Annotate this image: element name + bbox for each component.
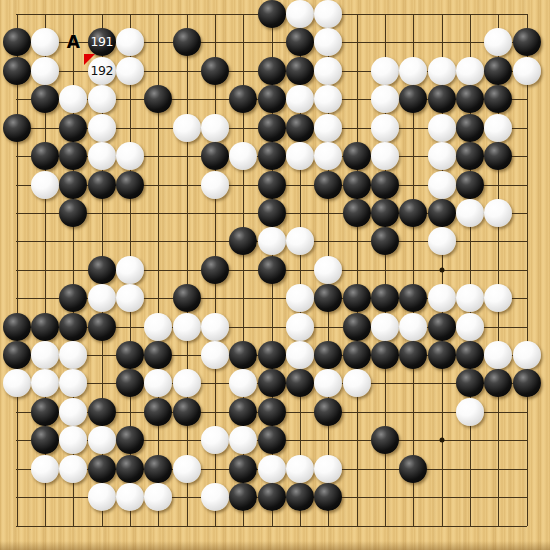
black-stone[interactable] xyxy=(31,142,59,170)
white-stone[interactable] xyxy=(399,313,427,341)
black-stone[interactable] xyxy=(456,85,484,113)
white-stone[interactable] xyxy=(513,341,541,369)
black-stone[interactable] xyxy=(314,284,342,312)
black-stone[interactable] xyxy=(399,199,427,227)
white-stone[interactable] xyxy=(371,85,399,113)
white-stone[interactable] xyxy=(314,455,342,483)
white-stone[interactable] xyxy=(286,85,314,113)
white-stone[interactable] xyxy=(116,483,144,511)
white-stone[interactable] xyxy=(59,85,87,113)
black-stone[interactable] xyxy=(428,199,456,227)
black-stone[interactable] xyxy=(371,341,399,369)
black-stone[interactable] xyxy=(314,398,342,426)
black-stone[interactable] xyxy=(116,455,144,483)
white-stone[interactable] xyxy=(258,227,286,255)
black-stone[interactable] xyxy=(428,341,456,369)
black-stone[interactable] xyxy=(31,398,59,426)
white-stone[interactable] xyxy=(456,313,484,341)
white-stone[interactable] xyxy=(456,57,484,85)
black-stone[interactable] xyxy=(428,85,456,113)
black-stone[interactable] xyxy=(59,171,87,199)
white-stone[interactable] xyxy=(59,341,87,369)
move-number-label: 191 xyxy=(91,36,113,49)
black-stone[interactable] xyxy=(258,369,286,397)
white-stone[interactable] xyxy=(286,455,314,483)
white-stone[interactable] xyxy=(31,57,59,85)
white-stone[interactable] xyxy=(88,284,116,312)
black-stone[interactable] xyxy=(144,455,172,483)
black-stone[interactable] xyxy=(31,85,59,113)
white-stone[interactable] xyxy=(314,256,342,284)
board-bottom-edge xyxy=(0,541,550,550)
white-stone[interactable] xyxy=(229,142,257,170)
white-stone[interactable] xyxy=(116,256,144,284)
black-stone[interactable] xyxy=(399,455,427,483)
black-stone[interactable] xyxy=(399,341,427,369)
star-point xyxy=(439,267,444,272)
black-stone[interactable] xyxy=(229,483,257,511)
white-stone[interactable] xyxy=(258,455,286,483)
white-stone[interactable] xyxy=(31,369,59,397)
black-stone[interactable] xyxy=(258,114,286,142)
white-stone[interactable] xyxy=(144,483,172,511)
black-stone[interactable] xyxy=(484,57,512,85)
last-move-triangle-marker xyxy=(84,54,95,65)
white-stone[interactable] xyxy=(314,114,342,142)
white-stone[interactable] xyxy=(371,142,399,170)
white-stone[interactable] xyxy=(314,369,342,397)
star-point xyxy=(439,438,444,443)
white-stone[interactable] xyxy=(201,426,229,454)
white-stone[interactable] xyxy=(116,28,144,56)
black-stone[interactable] xyxy=(31,426,59,454)
white-stone[interactable] xyxy=(31,28,59,56)
black-stone[interactable] xyxy=(59,114,87,142)
white-stone[interactable] xyxy=(59,426,87,454)
white-stone[interactable] xyxy=(144,313,172,341)
black-stone[interactable] xyxy=(229,455,257,483)
black-stone[interactable] xyxy=(314,341,342,369)
black-stone[interactable] xyxy=(116,426,144,454)
white-stone[interactable] xyxy=(229,369,257,397)
black-stone[interactable] xyxy=(59,142,87,170)
white-stone[interactable] xyxy=(201,171,229,199)
black-stone[interactable] xyxy=(399,284,427,312)
black-stone[interactable] xyxy=(88,455,116,483)
white-stone[interactable] xyxy=(456,284,484,312)
black-stone[interactable] xyxy=(229,398,257,426)
black-stone[interactable] xyxy=(59,199,87,227)
black-stone[interactable] xyxy=(484,142,512,170)
white-stone[interactable] xyxy=(314,57,342,85)
black-stone[interactable] xyxy=(116,171,144,199)
white-stone[interactable] xyxy=(286,227,314,255)
white-stone[interactable] xyxy=(484,341,512,369)
white-stone[interactable] xyxy=(371,57,399,85)
white-stone[interactable] xyxy=(428,284,456,312)
black-stone[interactable] xyxy=(173,284,201,312)
white-stone[interactable] xyxy=(173,455,201,483)
black-stone[interactable] xyxy=(371,227,399,255)
black-stone[interactable] xyxy=(343,313,371,341)
black-stone[interactable] xyxy=(286,57,314,85)
white-stone[interactable] xyxy=(343,369,371,397)
black-stone[interactable] xyxy=(258,256,286,284)
white-stone[interactable] xyxy=(88,142,116,170)
black-stone[interactable] xyxy=(258,57,286,85)
black-stone[interactable] xyxy=(3,341,31,369)
black-stone[interactable] xyxy=(229,341,257,369)
black-stone[interactable] xyxy=(371,284,399,312)
black-stone[interactable] xyxy=(258,426,286,454)
white-stone[interactable] xyxy=(88,85,116,113)
white-stone[interactable] xyxy=(314,0,342,28)
white-stone[interactable] xyxy=(116,284,144,312)
black-stone[interactable] xyxy=(343,284,371,312)
white-stone[interactable] xyxy=(59,369,87,397)
black-stone[interactable] xyxy=(286,114,314,142)
white-stone[interactable] xyxy=(88,426,116,454)
black-stone[interactable] xyxy=(88,171,116,199)
grid-line-h xyxy=(16,526,527,527)
white-stone[interactable] xyxy=(3,369,31,397)
black-stone[interactable] xyxy=(314,171,342,199)
white-stone[interactable] xyxy=(201,341,229,369)
white-stone[interactable] xyxy=(88,114,116,142)
white-stone[interactable] xyxy=(399,57,427,85)
black-stone[interactable] xyxy=(258,341,286,369)
white-stone[interactable] xyxy=(31,341,59,369)
white-stone[interactable] xyxy=(229,426,257,454)
white-stone[interactable] xyxy=(286,284,314,312)
black-stone[interactable] xyxy=(371,426,399,454)
black-stone[interactable] xyxy=(3,28,31,56)
white-stone[interactable] xyxy=(31,455,59,483)
white-stone[interactable] xyxy=(314,142,342,170)
black-stone[interactable] xyxy=(229,85,257,113)
black-stone[interactable] xyxy=(229,227,257,255)
black-stone[interactable] xyxy=(88,398,116,426)
white-stone[interactable] xyxy=(484,199,512,227)
black-stone[interactable] xyxy=(3,57,31,85)
white-stone[interactable] xyxy=(88,483,116,511)
white-stone[interactable] xyxy=(428,114,456,142)
black-stone[interactable] xyxy=(258,171,286,199)
black-stone[interactable]: 191 xyxy=(88,28,116,56)
black-stone[interactable] xyxy=(286,369,314,397)
black-stone[interactable] xyxy=(88,313,116,341)
black-stone[interactable] xyxy=(484,85,512,113)
white-stone[interactable] xyxy=(286,341,314,369)
black-stone[interactable] xyxy=(258,0,286,28)
grid-line-v xyxy=(357,14,358,527)
black-stone[interactable] xyxy=(456,369,484,397)
black-stone[interactable] xyxy=(428,313,456,341)
white-stone[interactable] xyxy=(59,398,87,426)
black-stone[interactable] xyxy=(116,369,144,397)
white-stone[interactable] xyxy=(286,142,314,170)
black-stone[interactable] xyxy=(3,114,31,142)
black-stone[interactable] xyxy=(343,142,371,170)
white-stone[interactable] xyxy=(173,369,201,397)
white-stone[interactable] xyxy=(484,114,512,142)
black-stone[interactable] xyxy=(201,57,229,85)
black-stone[interactable] xyxy=(343,199,371,227)
black-stone[interactable] xyxy=(513,369,541,397)
white-stone[interactable] xyxy=(31,171,59,199)
black-stone[interactable] xyxy=(258,142,286,170)
white-stone[interactable] xyxy=(314,28,342,56)
white-stone[interactable] xyxy=(371,114,399,142)
white-stone[interactable] xyxy=(201,483,229,511)
white-stone[interactable] xyxy=(116,142,144,170)
black-stone[interactable] xyxy=(258,398,286,426)
white-stone[interactable] xyxy=(201,313,229,341)
black-stone[interactable] xyxy=(144,398,172,426)
black-stone[interactable] xyxy=(456,114,484,142)
white-stone[interactable] xyxy=(201,114,229,142)
black-stone[interactable] xyxy=(343,341,371,369)
black-stone[interactable] xyxy=(286,483,314,511)
go-board[interactable]: 191192 A xyxy=(0,0,550,550)
black-stone[interactable] xyxy=(31,313,59,341)
white-stone[interactable] xyxy=(286,0,314,28)
white-stone[interactable] xyxy=(173,114,201,142)
black-stone[interactable] xyxy=(144,85,172,113)
white-stone[interactable] xyxy=(314,85,342,113)
black-stone[interactable] xyxy=(3,313,31,341)
black-stone[interactable] xyxy=(371,199,399,227)
black-stone[interactable] xyxy=(314,483,342,511)
black-stone[interactable] xyxy=(173,398,201,426)
grid-line-v xyxy=(527,14,528,527)
black-stone[interactable] xyxy=(371,171,399,199)
black-stone[interactable] xyxy=(201,256,229,284)
black-stone[interactable] xyxy=(258,85,286,113)
move-number-label: 192 xyxy=(91,65,113,78)
black-stone[interactable] xyxy=(116,341,144,369)
white-stone[interactable] xyxy=(144,369,172,397)
variation-label-A[interactable]: A xyxy=(67,32,80,52)
black-stone[interactable] xyxy=(456,341,484,369)
black-stone[interactable] xyxy=(144,341,172,369)
black-stone[interactable] xyxy=(286,28,314,56)
white-stone[interactable] xyxy=(173,313,201,341)
white-stone[interactable] xyxy=(484,28,512,56)
white-stone[interactable] xyxy=(428,57,456,85)
black-stone[interactable] xyxy=(513,28,541,56)
black-stone[interactable] xyxy=(201,142,229,170)
white-stone[interactable] xyxy=(513,57,541,85)
black-stone[interactable] xyxy=(173,28,201,56)
black-stone[interactable] xyxy=(258,199,286,227)
black-stone[interactable] xyxy=(88,256,116,284)
white-stone[interactable] xyxy=(371,313,399,341)
black-stone[interactable] xyxy=(258,483,286,511)
white-stone[interactable] xyxy=(456,398,484,426)
black-stone[interactable] xyxy=(456,142,484,170)
white-stone[interactable] xyxy=(59,455,87,483)
black-stone[interactable] xyxy=(59,313,87,341)
white-stone[interactable] xyxy=(286,313,314,341)
white-stone[interactable] xyxy=(484,284,512,312)
white-stone[interactable] xyxy=(428,227,456,255)
white-stone[interactable] xyxy=(116,57,144,85)
white-stone[interactable] xyxy=(428,171,456,199)
white-stone[interactable] xyxy=(456,199,484,227)
black-stone[interactable] xyxy=(59,284,87,312)
black-stone[interactable] xyxy=(399,85,427,113)
white-stone[interactable] xyxy=(428,142,456,170)
black-stone[interactable] xyxy=(456,171,484,199)
black-stone[interactable] xyxy=(343,171,371,199)
black-stone[interactable] xyxy=(484,369,512,397)
